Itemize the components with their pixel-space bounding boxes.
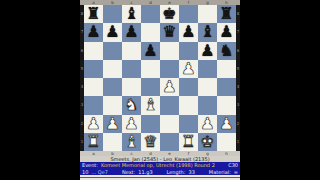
square-h5[interactable] xyxy=(217,60,236,78)
event-value: Komeet Memorial op, Utrecht (1998) Round… xyxy=(101,162,215,168)
piece-black-knight-h6[interactable]: ♞ xyxy=(219,42,233,60)
rank-label-7: 7 xyxy=(236,23,240,41)
square-c5[interactable] xyxy=(122,60,141,78)
square-b8[interactable] xyxy=(103,5,122,23)
square-a6[interactable] xyxy=(84,42,103,60)
square-d3[interactable]: ♝ xyxy=(141,96,160,114)
square-d7[interactable] xyxy=(141,23,160,41)
piece-black-pawn-f7[interactable]: ♟ xyxy=(181,23,195,41)
rank-label-2: 2 xyxy=(236,115,240,133)
piece-white-pawn-f5[interactable]: ♟ xyxy=(181,60,195,78)
square-h4[interactable] xyxy=(217,78,236,96)
square-e3[interactable] xyxy=(160,96,179,114)
next-move: 11.g3 xyxy=(138,169,152,175)
length-value: 33 xyxy=(188,169,194,175)
square-f1[interactable]: ♜ xyxy=(179,133,198,151)
square-c3[interactable]: ♞ xyxy=(122,96,141,114)
rank-label-1: 1 xyxy=(236,133,240,151)
square-f3[interactable] xyxy=(179,96,198,114)
piece-white-pawn-e4[interactable]: ♟ xyxy=(162,78,176,96)
square-f6[interactable] xyxy=(179,42,198,60)
piece-black-rook-a8[interactable]: ♜ xyxy=(86,5,100,23)
square-h1[interactable] xyxy=(217,133,236,151)
length-label: Length: xyxy=(167,169,186,175)
square-a3[interactable] xyxy=(84,96,103,114)
square-e2[interactable] xyxy=(160,115,179,133)
square-g7[interactable]: ♝ xyxy=(198,23,217,41)
piece-black-pawn-a7[interactable]: ♟ xyxy=(86,23,100,41)
piece-white-pawn-a2[interactable]: ♟ xyxy=(86,115,100,133)
square-f7[interactable]: ♟ xyxy=(179,23,198,41)
square-g8[interactable] xyxy=(198,5,217,23)
square-d4[interactable] xyxy=(141,78,160,96)
material-label: Material: xyxy=(209,169,231,175)
rank-label-4: 4 xyxy=(236,78,240,96)
square-e6[interactable] xyxy=(160,42,179,60)
event-line: Event: Komeet Memorial op, Utrecht (1998… xyxy=(82,162,238,168)
piece-black-pawn-h7[interactable]: ♟ xyxy=(219,23,233,41)
piece-white-queen-d1[interactable]: ♛ xyxy=(143,133,157,151)
piece-black-rook-h8[interactable]: ♜ xyxy=(219,5,233,23)
square-a4[interactable] xyxy=(84,78,103,96)
square-h6[interactable]: ♞ xyxy=(217,42,236,60)
square-d6[interactable]: ♟ xyxy=(141,42,160,60)
square-b6[interactable] xyxy=(103,42,122,60)
rank-label-3: 3 xyxy=(236,96,240,114)
rank-label-5: 5 xyxy=(236,60,240,78)
chess-board[interactable]: ♜♝♚♜♟♟♟♛♟♝♟♟♟♞♟♟♞♝♟♟♟♟♟♜♝♛♜♚ xyxy=(84,5,236,151)
square-b2[interactable]: ♟ xyxy=(103,115,122,133)
piece-black-bishop-g7[interactable]: ♝ xyxy=(200,23,214,41)
last-move: ... Qe7 xyxy=(91,169,108,175)
rank-label-6: 6 xyxy=(236,42,240,60)
piece-white-pawn-h2[interactable]: ♟ xyxy=(219,115,233,133)
square-h3[interactable] xyxy=(217,96,236,114)
piece-black-pawn-c7[interactable]: ♟ xyxy=(124,23,138,41)
square-e5[interactable] xyxy=(160,60,179,78)
rank-labels-right: 87654321 xyxy=(236,5,240,151)
square-c8[interactable]: ♝ xyxy=(122,5,141,23)
piece-white-rook-f1[interactable]: ♜ xyxy=(181,133,195,151)
square-c7[interactable]: ♟ xyxy=(122,23,141,41)
piece-white-pawn-g2[interactable]: ♟ xyxy=(200,115,214,133)
eco-code: C30 xyxy=(228,162,238,168)
piece-black-bishop-c8[interactable]: ♝ xyxy=(124,5,138,23)
square-g1[interactable]: ♚ xyxy=(198,133,217,151)
square-b4[interactable] xyxy=(103,78,122,96)
square-e7[interactable]: ♛ xyxy=(160,23,179,41)
square-d1[interactable]: ♛ xyxy=(141,133,160,151)
square-c4[interactable] xyxy=(122,78,141,96)
piece-white-king-g1[interactable]: ♚ xyxy=(200,133,214,151)
piece-black-queen-e7[interactable]: ♛ xyxy=(162,23,176,41)
move-status-line: 10 ... Qe7 Next: 11.g3 Length: 33 Materi… xyxy=(82,169,238,175)
square-d5[interactable] xyxy=(141,60,160,78)
toolbar-divider xyxy=(80,177,240,178)
piece-black-pawn-d6[interactable]: ♟ xyxy=(143,42,157,60)
piece-black-pawn-b7[interactable]: ♟ xyxy=(105,23,119,41)
piece-white-pawn-b2[interactable]: ♟ xyxy=(105,115,119,133)
square-e8[interactable]: ♚ xyxy=(160,5,179,23)
piece-black-king-e8[interactable]: ♚ xyxy=(162,5,176,23)
square-a1[interactable]: ♜ xyxy=(84,133,103,151)
rank-label-8: 8 xyxy=(236,5,240,23)
square-f5[interactable]: ♟ xyxy=(179,60,198,78)
move-number: 10 xyxy=(82,169,88,175)
square-a5[interactable] xyxy=(84,60,103,78)
square-d8[interactable] xyxy=(141,5,160,23)
square-f2[interactable] xyxy=(179,115,198,133)
square-f8[interactable] xyxy=(179,5,198,23)
chess-app-window: abcdefgh 87654321 ♜♝♚♜♟♟♟♛♟♝♟♟♟♞♟♟♞♝♟♟♟♟… xyxy=(80,0,240,180)
square-g5[interactable] xyxy=(198,60,217,78)
square-a2[interactable]: ♟ xyxy=(84,115,103,133)
square-a7[interactable]: ♟ xyxy=(84,23,103,41)
piece-white-rook-a1[interactable]: ♜ xyxy=(86,133,100,151)
square-g2[interactable]: ♟ xyxy=(198,115,217,133)
square-b5[interactable] xyxy=(103,60,122,78)
square-b1[interactable] xyxy=(103,133,122,151)
piece-white-knight-c3[interactable]: ♞ xyxy=(124,96,138,114)
square-h8[interactable]: ♜ xyxy=(217,5,236,23)
piece-white-bishop-d3[interactable]: ♝ xyxy=(143,96,157,114)
square-c1[interactable]: ♝ xyxy=(122,133,141,151)
square-b7[interactable]: ♟ xyxy=(103,23,122,41)
bottom-toolbar xyxy=(80,175,240,180)
piece-white-pawn-c2[interactable]: ♟ xyxy=(124,115,138,133)
event-label: Event: xyxy=(82,162,98,168)
square-g4[interactable] xyxy=(198,78,217,96)
material-value: = xyxy=(234,169,238,175)
piece-white-bishop-c1[interactable]: ♝ xyxy=(124,133,138,151)
square-h2[interactable]: ♟ xyxy=(217,115,236,133)
square-d2[interactable] xyxy=(141,115,160,133)
square-h7[interactable]: ♟ xyxy=(217,23,236,41)
square-c6[interactable] xyxy=(122,42,141,60)
square-f4[interactable] xyxy=(179,78,198,96)
next-label: Next: xyxy=(122,169,135,175)
square-g6[interactable]: ♟ xyxy=(198,42,217,60)
square-a8[interactable]: ♜ xyxy=(84,5,103,23)
square-e1[interactable] xyxy=(160,133,179,151)
video-frame: abcdefgh 87654321 ♜♝♚♜♟♟♟♛♟♝♟♟♟♞♟♟♞♝♟♟♟♟… xyxy=(0,0,320,180)
game-info-panel: Event: Komeet Memorial op, Utrecht (1998… xyxy=(80,162,240,175)
square-g3[interactable] xyxy=(198,96,217,114)
square-e4[interactable]: ♟ xyxy=(160,78,179,96)
piece-black-pawn-g6[interactable]: ♟ xyxy=(200,42,214,60)
square-c2[interactable]: ♟ xyxy=(122,115,141,133)
square-b3[interactable] xyxy=(103,96,122,114)
